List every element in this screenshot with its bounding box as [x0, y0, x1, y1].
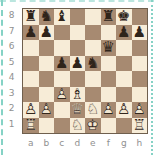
page-border-right — [151, 0, 153, 155]
square-b7[interactable]: ♟ — [39, 25, 55, 41]
square-d5[interactable]: ♟ — [70, 56, 86, 72]
square-h5[interactable] — [132, 56, 148, 72]
white-pawn[interactable]: ♙ — [101, 102, 117, 118]
square-g5[interactable] — [116, 56, 132, 72]
white-knight[interactable]: ♘ — [70, 118, 86, 134]
white-king[interactable]: ♔ — [85, 118, 101, 134]
white-pawn[interactable]: ♙ — [54, 87, 70, 103]
rank-label-2: 2 — [4, 101, 19, 117]
square-d8[interactable] — [70, 9, 86, 25]
square-h7[interactable]: ♟ — [132, 25, 148, 41]
square-g6[interactable] — [116, 40, 132, 56]
chess-board[interactable]: ♜♞♝♜♚♟♟♟♟♛♟♟♞♟♙♝♗♟♙♟♙♛♕♞♘♟♙♟♙♟♙♜♖♞♘♚♔♜♖ — [22, 8, 148, 134]
square-h4[interactable] — [132, 71, 148, 87]
square-e7[interactable] — [85, 25, 101, 41]
square-d1[interactable]: ♞♘ — [70, 118, 86, 134]
square-a7[interactable]: ♟ — [23, 25, 39, 41]
rank-labels: 87654321 — [4, 8, 19, 132]
rank-label-7: 7 — [4, 24, 19, 40]
black-pawn[interactable]: ♟ — [70, 56, 86, 72]
page-border-top — [0, 0, 154, 2]
square-b5[interactable] — [39, 56, 55, 72]
square-a5[interactable] — [23, 56, 39, 72]
black-bishop[interactable]: ♝ — [54, 9, 70, 25]
file-labels: abcdefgh — [23, 137, 147, 149]
square-e8[interactable] — [85, 9, 101, 25]
white-rook[interactable]: ♖ — [23, 118, 39, 134]
file-label-e: e — [85, 137, 101, 149]
black-knight[interactable]: ♞ — [85, 56, 101, 72]
square-c7[interactable] — [54, 25, 70, 41]
square-a1[interactable]: ♜♖ — [23, 118, 39, 134]
square-b2[interactable]: ♟♙ — [39, 102, 55, 118]
square-h1[interactable]: ♜♖ — [132, 118, 148, 134]
file-label-b: b — [39, 137, 55, 149]
file-label-d: d — [70, 137, 86, 149]
black-queen[interactable]: ♛ — [101, 40, 117, 56]
black-pawn[interactable]: ♟ — [116, 25, 132, 41]
square-c1[interactable] — [54, 118, 70, 134]
rank-label-6: 6 — [4, 39, 19, 55]
square-f2[interactable]: ♟♙ — [101, 102, 117, 118]
square-c2[interactable] — [54, 102, 70, 118]
black-pawn[interactable]: ♟ — [23, 25, 39, 41]
square-g2[interactable]: ♟♙ — [116, 102, 132, 118]
white-rook[interactable]: ♖ — [132, 118, 148, 134]
square-f1[interactable] — [101, 118, 117, 134]
square-d7[interactable] — [70, 25, 86, 41]
square-g7[interactable]: ♟ — [116, 25, 132, 41]
black-rook[interactable]: ♜ — [101, 9, 117, 25]
square-c8[interactable]: ♝ — [54, 9, 70, 25]
square-g4[interactable] — [116, 71, 132, 87]
rank-label-8: 8 — [4, 8, 19, 24]
square-f6[interactable]: ♛ — [101, 40, 117, 56]
square-g1[interactable] — [116, 118, 132, 134]
rank-label-3: 3 — [4, 86, 19, 102]
square-a4[interactable] — [23, 71, 39, 87]
file-label-a: a — [23, 137, 39, 149]
page-border-left — [1, 0, 3, 155]
square-e5[interactable]: ♞ — [85, 56, 101, 72]
square-h6[interactable] — [132, 40, 148, 56]
file-label-h: h — [132, 137, 148, 149]
file-label-f: f — [101, 137, 117, 149]
square-f8[interactable]: ♜ — [101, 9, 117, 25]
chess-diagram-page: 87654321 ♜♞♝♜♚♟♟♟♟♛♟♟♞♟♙♝♗♟♙♟♙♛♕♞♘♟♙♟♙♟♙… — [0, 0, 154, 155]
square-f5[interactable] — [101, 56, 117, 72]
square-c5[interactable]: ♟ — [54, 56, 70, 72]
file-label-g: g — [116, 137, 132, 149]
square-b6[interactable] — [39, 40, 55, 56]
file-label-c: c — [54, 137, 70, 149]
square-e4[interactable] — [85, 71, 101, 87]
square-b1[interactable] — [39, 118, 55, 134]
black-pawn[interactable]: ♟ — [132, 25, 148, 41]
square-f4[interactable] — [101, 71, 117, 87]
white-pawn[interactable]: ♙ — [116, 102, 132, 118]
square-b4[interactable] — [39, 71, 55, 87]
square-e1[interactable]: ♚♔ — [85, 118, 101, 134]
black-pawn[interactable]: ♟ — [39, 25, 55, 41]
rank-label-4: 4 — [4, 70, 19, 86]
square-a6[interactable] — [23, 40, 39, 56]
rank-label-1: 1 — [4, 117, 19, 133]
black-pawn[interactable]: ♟ — [54, 56, 70, 72]
rank-label-5: 5 — [4, 55, 19, 71]
white-pawn[interactable]: ♙ — [39, 102, 55, 118]
square-c3[interactable]: ♟♙ — [54, 87, 70, 103]
